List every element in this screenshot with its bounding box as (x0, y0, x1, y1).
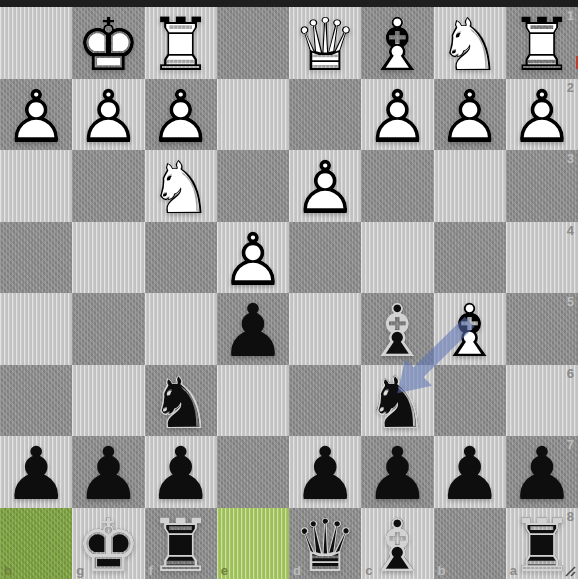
square-h5[interactable] (0, 293, 72, 365)
square-f8[interactable]: ♜♖f (145, 508, 217, 579)
black-pawn[interactable]: ♟ (0, 436, 72, 508)
square-e8[interactable]: e (217, 508, 289, 579)
square-g7[interactable]: ♟ (72, 436, 144, 508)
square-b4[interactable] (434, 222, 506, 294)
file-label-g: g (76, 563, 84, 578)
square-h8[interactable]: h (0, 508, 72, 579)
square-f2[interactable]: ♟♙ (145, 79, 217, 151)
square-a5[interactable]: 5 (506, 293, 578, 365)
file-label-a: a (510, 563, 517, 578)
square-d6[interactable] (289, 365, 361, 437)
square-h3[interactable] (0, 150, 72, 222)
rank-label-5: 5 (567, 294, 574, 309)
file-label-b: b (438, 563, 446, 578)
square-g3[interactable] (72, 150, 144, 222)
black-knight[interactable]: ♞♘ (145, 365, 217, 437)
square-e2[interactable] (217, 79, 289, 151)
square-e3[interactable] (217, 150, 289, 222)
white-pawn[interactable]: ♟♙ (0, 79, 72, 151)
black-knight[interactable]: ♞♘ (361, 365, 433, 437)
black-rook[interactable]: ♜♖ (145, 508, 217, 579)
square-e6[interactable] (217, 365, 289, 437)
square-b2[interactable]: ♟♙ (434, 79, 506, 151)
square-e4[interactable]: ♟♙ (217, 222, 289, 294)
square-a1[interactable]: ♜♖1 (506, 7, 578, 79)
square-g6[interactable] (72, 365, 144, 437)
square-a2[interactable]: ♟♙2 (506, 79, 578, 151)
chess-app-window: ♚♔♜♖♛♕♝♗♞♘♜♖1♟♙♟♙♟♙♟♙♟♙♟♙2♞♘♟♙3♟♙4♟♝♗♝♗5… (0, 0, 578, 579)
white-king[interactable]: ♚♔ (72, 7, 144, 79)
white-bishop[interactable]: ♝♗ (434, 293, 506, 365)
square-e1[interactable] (217, 7, 289, 79)
square-d5[interactable] (289, 293, 361, 365)
square-a3[interactable]: 3 (506, 150, 578, 222)
square-e7[interactable] (217, 436, 289, 508)
square-f7[interactable]: ♟ (145, 436, 217, 508)
square-c2[interactable]: ♟♙ (361, 79, 433, 151)
square-e5[interactable]: ♟ (217, 293, 289, 365)
white-rook[interactable]: ♜♖ (145, 7, 217, 79)
square-b6[interactable] (434, 365, 506, 437)
square-d1[interactable]: ♛♕ (289, 7, 361, 79)
square-d7[interactable]: ♟ (289, 436, 361, 508)
square-a7[interactable]: ♟7 (506, 436, 578, 508)
square-c3[interactable] (361, 150, 433, 222)
white-pawn[interactable]: ♟♙ (217, 222, 289, 294)
square-c7[interactable]: ♟ (361, 436, 433, 508)
square-g1[interactable]: ♚♔ (72, 7, 144, 79)
file-label-c: c (365, 563, 372, 578)
white-bishop[interactable]: ♝♗ (361, 7, 433, 79)
square-f5[interactable] (145, 293, 217, 365)
square-c5[interactable]: ♝♗ (361, 293, 433, 365)
square-c4[interactable] (361, 222, 433, 294)
file-label-e: e (221, 563, 228, 578)
square-g8[interactable]: ♚♔g (72, 508, 144, 579)
square-f1[interactable]: ♜♖ (145, 7, 217, 79)
square-g5[interactable] (72, 293, 144, 365)
square-h1[interactable] (0, 7, 72, 79)
square-f4[interactable] (145, 222, 217, 294)
white-knight[interactable]: ♞♘ (434, 7, 506, 79)
square-f3[interactable]: ♞♘ (145, 150, 217, 222)
square-c6[interactable]: ♞♘ (361, 365, 433, 437)
square-b1[interactable]: ♞♘ (434, 7, 506, 79)
white-pawn[interactable]: ♟♙ (434, 79, 506, 151)
square-h6[interactable] (0, 365, 72, 437)
square-b7[interactable]: ♟ (434, 436, 506, 508)
white-pawn[interactable]: ♟♙ (72, 79, 144, 151)
square-f6[interactable]: ♞♘ (145, 365, 217, 437)
square-b8[interactable]: b (434, 508, 506, 579)
white-queen[interactable]: ♛♕ (289, 7, 361, 79)
square-d8[interactable]: ♛♕d (289, 508, 361, 579)
file-label-d: d (293, 563, 301, 578)
square-a6[interactable]: 6 (506, 365, 578, 437)
square-h2[interactable]: ♟♙ (0, 79, 72, 151)
square-a4[interactable]: 4 (506, 222, 578, 294)
square-b3[interactable] (434, 150, 506, 222)
rank-label-1: 1 (567, 8, 574, 23)
rank-label-4: 4 (567, 223, 574, 238)
rank-label-6: 6 (567, 366, 574, 381)
square-b5[interactable]: ♝♗ (434, 293, 506, 365)
chess-board[interactable]: ♚♔♜♖♛♕♝♗♞♘♜♖1♟♙♟♙♟♙♟♙♟♙♟♙2♞♘♟♙3♟♙4♟♝♗♝♗5… (0, 7, 578, 579)
square-h7[interactable]: ♟ (0, 436, 72, 508)
black-pawn[interactable]: ♟ (217, 293, 289, 365)
rank-label-8: 8 (567, 509, 574, 524)
square-d2[interactable] (289, 79, 361, 151)
file-label-h: h (4, 563, 12, 578)
square-h4[interactable] (0, 222, 72, 294)
square-c8[interactable]: ♝♗c (361, 508, 433, 579)
black-bishop[interactable]: ♝♗ (361, 293, 433, 365)
file-label-f: f (149, 563, 153, 578)
resize-handle-icon[interactable] (563, 564, 577, 578)
rank-label-7: 7 (567, 437, 574, 452)
black-pawn[interactable]: ♟ (145, 436, 217, 508)
square-g2[interactable]: ♟♙ (72, 79, 144, 151)
black-pawn[interactable]: ♟ (361, 436, 433, 508)
square-g4[interactable] (72, 222, 144, 294)
square-c1[interactable]: ♝♗ (361, 7, 433, 79)
rank-label-3: 3 (567, 151, 574, 166)
square-d4[interactable] (289, 222, 361, 294)
rank-label-2: 2 (567, 80, 574, 95)
white-pawn[interactable]: ♟♙ (361, 79, 433, 151)
black-pawn[interactable]: ♟ (72, 436, 144, 508)
white-knight[interactable]: ♞♘ (145, 150, 217, 222)
black-pawn[interactable]: ♟ (289, 436, 361, 508)
square-d3[interactable]: ♟♙ (289, 150, 361, 222)
white-pawn[interactable]: ♟♙ (289, 150, 361, 222)
black-pawn[interactable]: ♟ (434, 436, 506, 508)
white-pawn[interactable]: ♟♙ (145, 79, 217, 151)
